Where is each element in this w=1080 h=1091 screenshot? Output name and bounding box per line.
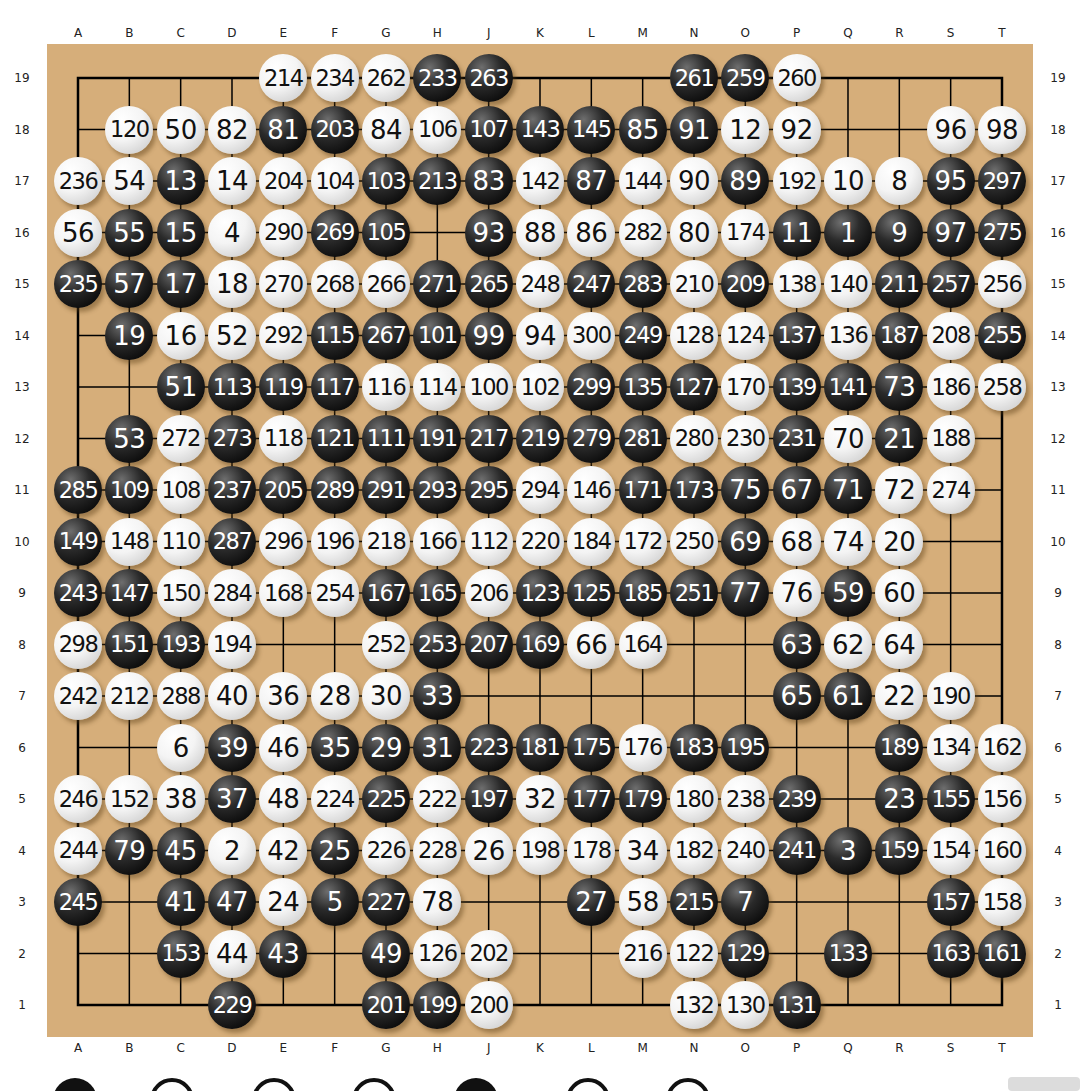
- stone-D15[interactable]: 18: [208, 260, 256, 308]
- stone-N14[interactable]: 128: [670, 312, 718, 360]
- stone-J10[interactable]: 112: [465, 518, 513, 566]
- stone-C16[interactable]: 15: [157, 209, 205, 257]
- stone-Q16[interactable]: 1: [824, 209, 872, 257]
- stone-G15[interactable]: 266: [362, 260, 410, 308]
- stone-O16[interactable]: 174: [721, 209, 769, 257]
- stone-B17[interactable]: 54: [105, 157, 153, 205]
- stone-C12[interactable]: 272: [157, 415, 205, 463]
- stone-E12[interactable]: 118: [259, 415, 307, 463]
- stone-E16[interactable]: 290: [259, 209, 307, 257]
- stone-C17[interactable]: 13: [157, 157, 205, 205]
- move-number: 299: [572, 376, 610, 399]
- stone-F3[interactable]: 5: [311, 878, 359, 926]
- stone-F13[interactable]: 117: [311, 363, 359, 411]
- stone-P5[interactable]: 239: [773, 775, 821, 823]
- stone-M2[interactable]: 216: [619, 930, 667, 978]
- stone-C10[interactable]: 110: [157, 518, 205, 566]
- stone-K4[interactable]: 198: [516, 827, 564, 875]
- stone-O9[interactable]: 77: [721, 569, 769, 617]
- stone-C13[interactable]: 51: [157, 363, 205, 411]
- stone-B4[interactable]: 79: [105, 827, 153, 875]
- stone-E9[interactable]: 168: [259, 569, 307, 617]
- stone-F9[interactable]: 254: [311, 569, 359, 617]
- stone-O1[interactable]: 130: [721, 981, 769, 1029]
- stone-J5[interactable]: 197: [465, 775, 513, 823]
- stone-L10[interactable]: 184: [567, 518, 615, 566]
- stone-E18[interactable]: 81: [259, 106, 307, 154]
- stone-G2[interactable]: 49: [362, 930, 410, 978]
- stone-K17[interactable]: 142: [516, 157, 564, 205]
- stone-H5[interactable]: 222: [413, 775, 461, 823]
- stone-T13[interactable]: 258: [978, 363, 1026, 411]
- stone-N16[interactable]: 80: [670, 209, 718, 257]
- stone-P16[interactable]: 11: [773, 209, 821, 257]
- stone-K9[interactable]: 123: [516, 569, 564, 617]
- stone-J16[interactable]: 93: [465, 209, 513, 257]
- stone-E14[interactable]: 292: [259, 312, 307, 360]
- stone-L12[interactable]: 279: [567, 415, 615, 463]
- stone-T2[interactable]: 161: [978, 930, 1026, 978]
- stone-B14[interactable]: 19: [105, 312, 153, 360]
- stone-G17[interactable]: 103: [362, 157, 410, 205]
- stone-F16[interactable]: 269: [311, 209, 359, 257]
- stone-C5[interactable]: 38: [157, 775, 205, 823]
- stone-C8[interactable]: 193: [157, 621, 205, 669]
- stone-M11[interactable]: 171: [619, 466, 667, 514]
- stone-H9[interactable]: 165: [413, 569, 461, 617]
- stone-O18[interactable]: 12: [721, 106, 769, 154]
- stone-Q8[interactable]: 62: [824, 621, 872, 669]
- stone-G14[interactable]: 267: [362, 312, 410, 360]
- stone-K10[interactable]: 220: [516, 518, 564, 566]
- stone-C14[interactable]: 16: [157, 312, 205, 360]
- stone-Q13[interactable]: 141: [824, 363, 872, 411]
- stone-J2[interactable]: 202: [465, 930, 513, 978]
- stone-M8[interactable]: 164: [619, 621, 667, 669]
- stone-M14[interactable]: 249: [619, 312, 667, 360]
- move-number: 13: [165, 168, 197, 194]
- stone-A17[interactable]: 236: [54, 157, 102, 205]
- stone-B15[interactable]: 57: [105, 260, 153, 308]
- stone-M17[interactable]: 144: [619, 157, 667, 205]
- stone-P18[interactable]: 92: [773, 106, 821, 154]
- stone-K18[interactable]: 143: [516, 106, 564, 154]
- stone-P10[interactable]: 68: [773, 518, 821, 566]
- stone-S12[interactable]: 188: [927, 415, 975, 463]
- stone-M13[interactable]: 135: [619, 363, 667, 411]
- stone-Q15[interactable]: 140: [824, 260, 872, 308]
- stone-R11[interactable]: 72: [875, 466, 923, 514]
- stone-T17[interactable]: 297: [978, 157, 1026, 205]
- stone-A10[interactable]: 149: [54, 518, 102, 566]
- stone-B5[interactable]: 152: [105, 775, 153, 823]
- stone-D1[interactable]: 229: [208, 981, 256, 1029]
- stone-F10[interactable]: 196: [311, 518, 359, 566]
- stone-C6[interactable]: 6: [157, 724, 205, 772]
- stone-J1[interactable]: 200: [465, 981, 513, 1029]
- stone-O14[interactable]: 124: [721, 312, 769, 360]
- stone-M16[interactable]: 282: [619, 209, 667, 257]
- stone-J15[interactable]: 265: [465, 260, 513, 308]
- stone-C7[interactable]: 288: [157, 672, 205, 720]
- stone-L4[interactable]: 178: [567, 827, 615, 875]
- stone-E7[interactable]: 36: [259, 672, 307, 720]
- stone-N5[interactable]: 180: [670, 775, 718, 823]
- stone-Q10[interactable]: 74: [824, 518, 872, 566]
- stone-T18[interactable]: 98: [978, 106, 1026, 154]
- stone-E17[interactable]: 204: [259, 157, 307, 205]
- stone-J14[interactable]: 99: [465, 312, 513, 360]
- stone-G18[interactable]: 84: [362, 106, 410, 154]
- stone-H7[interactable]: 33: [413, 672, 461, 720]
- stone-J6[interactable]: 223: [465, 724, 513, 772]
- stone-D13[interactable]: 113: [208, 363, 256, 411]
- stone-Q14[interactable]: 136: [824, 312, 872, 360]
- stone-F5[interactable]: 224: [311, 775, 359, 823]
- stone-A5[interactable]: 246: [54, 775, 102, 823]
- stone-N2[interactable]: 122: [670, 930, 718, 978]
- stone-N19[interactable]: 261: [670, 54, 718, 102]
- stone-O15[interactable]: 209: [721, 260, 769, 308]
- stone-L3[interactable]: 27: [567, 878, 615, 926]
- stone-S4[interactable]: 154: [927, 827, 975, 875]
- stone-P19[interactable]: 260: [773, 54, 821, 102]
- stone-J4[interactable]: 26: [465, 827, 513, 875]
- stone-L6[interactable]: 175: [567, 724, 615, 772]
- stone-C18[interactable]: 50: [157, 106, 205, 154]
- stone-P1[interactable]: 131: [773, 981, 821, 1029]
- stone-B11[interactable]: 109: [105, 466, 153, 514]
- stone-D5[interactable]: 37: [208, 775, 256, 823]
- stone-G13[interactable]: 116: [362, 363, 410, 411]
- stone-N11[interactable]: 173: [670, 466, 718, 514]
- stone-P14[interactable]: 137: [773, 312, 821, 360]
- stone-D8[interactable]: 194: [208, 621, 256, 669]
- stone-G12[interactable]: 111: [362, 415, 410, 463]
- stone-B9[interactable]: 147: [105, 569, 153, 617]
- stone-G11[interactable]: 291: [362, 466, 410, 514]
- stone-T15[interactable]: 256: [978, 260, 1026, 308]
- stone-D12[interactable]: 273: [208, 415, 256, 463]
- stone-C15[interactable]: 17: [157, 260, 205, 308]
- stone-P15[interactable]: 138: [773, 260, 821, 308]
- stone-K5[interactable]: 32: [516, 775, 564, 823]
- stone-H12[interactable]: 191: [413, 415, 461, 463]
- stone-S2[interactable]: 163: [927, 930, 975, 978]
- stone-O13[interactable]: 170: [721, 363, 769, 411]
- stone-H2[interactable]: 126: [413, 930, 461, 978]
- stone-A11[interactable]: 285: [54, 466, 102, 514]
- stone-F19[interactable]: 234: [311, 54, 359, 102]
- stone-E11[interactable]: 205: [259, 466, 307, 514]
- col-label-top-S: S: [947, 26, 955, 40]
- stone-N3[interactable]: 215: [670, 878, 718, 926]
- stone-R14[interactable]: 187: [875, 312, 923, 360]
- stone-E19[interactable]: 214: [259, 54, 307, 102]
- stone-R16[interactable]: 9: [875, 209, 923, 257]
- stone-M12[interactable]: 281: [619, 415, 667, 463]
- stone-O19[interactable]: 259: [721, 54, 769, 102]
- stone-T5[interactable]: 156: [978, 775, 1026, 823]
- stone-S13[interactable]: 186: [927, 363, 975, 411]
- stone-B10[interactable]: 148: [105, 518, 153, 566]
- stone-S18[interactable]: 96: [927, 106, 975, 154]
- stone-L8[interactable]: 66: [567, 621, 615, 669]
- stone-G4[interactable]: 226: [362, 827, 410, 875]
- stone-E15[interactable]: 270: [259, 260, 307, 308]
- stone-P7[interactable]: 65: [773, 672, 821, 720]
- stone-G9[interactable]: 167: [362, 569, 410, 617]
- stone-J13[interactable]: 100: [465, 363, 513, 411]
- stone-K11[interactable]: 294: [516, 466, 564, 514]
- stone-G7[interactable]: 30: [362, 672, 410, 720]
- stone-T3[interactable]: 158: [978, 878, 1026, 926]
- stone-N12[interactable]: 280: [670, 415, 718, 463]
- stone-M3[interactable]: 58: [619, 878, 667, 926]
- move-number: 281: [623, 427, 661, 450]
- stone-Q4[interactable]: 3: [824, 827, 872, 875]
- stone-K12[interactable]: 219: [516, 415, 564, 463]
- stone-S11[interactable]: 274: [927, 466, 975, 514]
- stone-H3[interactable]: 78: [413, 878, 461, 926]
- stone-F15[interactable]: 268: [311, 260, 359, 308]
- stone-M15[interactable]: 283: [619, 260, 667, 308]
- stone-L11[interactable]: 146: [567, 466, 615, 514]
- stone-Q12[interactable]: 70: [824, 415, 872, 463]
- stone-R6[interactable]: 189: [875, 724, 923, 772]
- stone-S6[interactable]: 134: [927, 724, 975, 772]
- stone-S15[interactable]: 257: [927, 260, 975, 308]
- stone-O17[interactable]: 89: [721, 157, 769, 205]
- stone-L13[interactable]: 299: [567, 363, 615, 411]
- stone-C4[interactable]: 45: [157, 827, 205, 875]
- stone-S16[interactable]: 97: [927, 209, 975, 257]
- stone-R15[interactable]: 211: [875, 260, 923, 308]
- stone-N10[interactable]: 250: [670, 518, 718, 566]
- stone-O6[interactable]: 195: [721, 724, 769, 772]
- stone-N9[interactable]: 251: [670, 569, 718, 617]
- stone-Q2[interactable]: 133: [824, 930, 872, 978]
- stone-P8[interactable]: 63: [773, 621, 821, 669]
- stone-G6[interactable]: 29: [362, 724, 410, 772]
- move-number: 53: [113, 426, 145, 452]
- stone-O2[interactable]: 129: [721, 930, 769, 978]
- stone-B18[interactable]: 120: [105, 106, 153, 154]
- stone-D18[interactable]: 82: [208, 106, 256, 154]
- stone-D4[interactable]: 2: [208, 827, 256, 875]
- stone-F11[interactable]: 289: [311, 466, 359, 514]
- stone-Q11[interactable]: 71: [824, 466, 872, 514]
- stone-G10[interactable]: 218: [362, 518, 410, 566]
- stone-T4[interactable]: 160: [978, 827, 1026, 875]
- stone-N18[interactable]: 91: [670, 106, 718, 154]
- stone-A7[interactable]: 242: [54, 672, 102, 720]
- stone-T6[interactable]: 162: [978, 724, 1026, 772]
- stone-O4[interactable]: 240: [721, 827, 769, 875]
- stone-D16[interactable]: 4: [208, 209, 256, 257]
- stone-E4[interactable]: 42: [259, 827, 307, 875]
- stone-L14[interactable]: 300: [567, 312, 615, 360]
- stone-C11[interactable]: 108: [157, 466, 205, 514]
- stone-M10[interactable]: 172: [619, 518, 667, 566]
- stone-P12[interactable]: 231: [773, 415, 821, 463]
- stone-C2[interactable]: 153: [157, 930, 205, 978]
- stone-L17[interactable]: 87: [567, 157, 615, 205]
- stone-D3[interactable]: 47: [208, 878, 256, 926]
- stone-C3[interactable]: 41: [157, 878, 205, 926]
- stone-N17[interactable]: 90: [670, 157, 718, 205]
- stone-K16[interactable]: 88: [516, 209, 564, 257]
- stone-D9[interactable]: 284: [208, 569, 256, 617]
- stone-N1[interactable]: 132: [670, 981, 718, 1029]
- stone-F7[interactable]: 28: [311, 672, 359, 720]
- stone-L5[interactable]: 177: [567, 775, 615, 823]
- stone-L16[interactable]: 86: [567, 209, 615, 257]
- stone-R7[interactable]: 22: [875, 672, 923, 720]
- stone-M4[interactable]: 34: [619, 827, 667, 875]
- stone-B12[interactable]: 53: [105, 415, 153, 463]
- stone-M6[interactable]: 176: [619, 724, 667, 772]
- stone-L9[interactable]: 125: [567, 569, 615, 617]
- stone-R12[interactable]: 21: [875, 415, 923, 463]
- stone-O11[interactable]: 75: [721, 466, 769, 514]
- stone-A16[interactable]: 56: [54, 209, 102, 257]
- stone-H1[interactable]: 199: [413, 981, 461, 1029]
- stone-A9[interactable]: 243: [54, 569, 102, 617]
- stone-D10[interactable]: 287: [208, 518, 256, 566]
- stone-E10[interactable]: 296: [259, 518, 307, 566]
- stone-J8[interactable]: 207: [465, 621, 513, 669]
- stone-G19[interactable]: 262: [362, 54, 410, 102]
- stone-F6[interactable]: 35: [311, 724, 359, 772]
- stone-D17[interactable]: 14: [208, 157, 256, 205]
- stone-N6[interactable]: 183: [670, 724, 718, 772]
- stone-N13[interactable]: 127: [670, 363, 718, 411]
- stone-F14[interactable]: 115: [311, 312, 359, 360]
- stone-T14[interactable]: 255: [978, 312, 1026, 360]
- stone-H18[interactable]: 106: [413, 106, 461, 154]
- stone-J12[interactable]: 217: [465, 415, 513, 463]
- stone-L15[interactable]: 247: [567, 260, 615, 308]
- stone-O10[interactable]: 69: [721, 518, 769, 566]
- stone-F18[interactable]: 203: [311, 106, 359, 154]
- stone-R9[interactable]: 60: [875, 569, 923, 617]
- stone-H10[interactable]: 166: [413, 518, 461, 566]
- stone-P11[interactable]: 67: [773, 466, 821, 514]
- stone-H15[interactable]: 271: [413, 260, 461, 308]
- stone-R17[interactable]: 8: [875, 157, 923, 205]
- stone-P4[interactable]: 241: [773, 827, 821, 875]
- stone-R10[interactable]: 20: [875, 518, 923, 566]
- stone-P17[interactable]: 192: [773, 157, 821, 205]
- stone-H8[interactable]: 253: [413, 621, 461, 669]
- stone-Q17[interactable]: 10: [824, 157, 872, 205]
- stone-K6[interactable]: 181: [516, 724, 564, 772]
- stone-P9[interactable]: 76: [773, 569, 821, 617]
- stone-G8[interactable]: 252: [362, 621, 410, 669]
- stone-H6[interactable]: 31: [413, 724, 461, 772]
- stone-E3[interactable]: 24: [259, 878, 307, 926]
- stone-R8[interactable]: 64: [875, 621, 923, 669]
- stone-J9[interactable]: 206: [465, 569, 513, 617]
- stone-C9[interactable]: 150: [157, 569, 205, 617]
- stone-O3[interactable]: 7: [721, 878, 769, 926]
- stone-H13[interactable]: 114: [413, 363, 461, 411]
- stone-A8[interactable]: 298: [54, 621, 102, 669]
- stone-D11[interactable]: 237: [208, 466, 256, 514]
- stone-E2[interactable]: 43: [259, 930, 307, 978]
- stone-S3[interactable]: 157: [927, 878, 975, 926]
- stone-M18[interactable]: 85: [619, 106, 667, 154]
- stone-G3[interactable]: 227: [362, 878, 410, 926]
- stone-D2[interactable]: 44: [208, 930, 256, 978]
- stone-G5[interactable]: 225: [362, 775, 410, 823]
- stone-Q9[interactable]: 59: [824, 569, 872, 617]
- stone-F12[interactable]: 121: [311, 415, 359, 463]
- stone-D7[interactable]: 40: [208, 672, 256, 720]
- stone-M9[interactable]: 185: [619, 569, 667, 617]
- stone-N15[interactable]: 210: [670, 260, 718, 308]
- stone-D6[interactable]: 39: [208, 724, 256, 772]
- stone-T16[interactable]: 275: [978, 209, 1026, 257]
- stone-A15[interactable]: 235: [54, 260, 102, 308]
- stone-N4[interactable]: 182: [670, 827, 718, 875]
- stone-S17[interactable]: 95: [927, 157, 975, 205]
- stone-J17[interactable]: 83: [465, 157, 513, 205]
- stone-K13[interactable]: 102: [516, 363, 564, 411]
- stone-M5[interactable]: 179: [619, 775, 667, 823]
- stone-K8[interactable]: 169: [516, 621, 564, 669]
- stone-G1[interactable]: 201: [362, 981, 410, 1029]
- stone-A4[interactable]: 244: [54, 827, 102, 875]
- stone-S5[interactable]: 155: [927, 775, 975, 823]
- stone-H4[interactable]: 228: [413, 827, 461, 875]
- stone-J19[interactable]: 263: [465, 54, 513, 102]
- stone-O5[interactable]: 238: [721, 775, 769, 823]
- stone-J11[interactable]: 295: [465, 466, 513, 514]
- stone-B16[interactable]: 55: [105, 209, 153, 257]
- stone-R13[interactable]: 73: [875, 363, 923, 411]
- stone-R4[interactable]: 159: [875, 827, 923, 875]
- stone-G16[interactable]: 105: [362, 209, 410, 257]
- stone-S7[interactable]: 190: [927, 672, 975, 720]
- stone-J18[interactable]: 107: [465, 106, 513, 154]
- stone-R5[interactable]: 23: [875, 775, 923, 823]
- stone-P13[interactable]: 139: [773, 363, 821, 411]
- stone-H14[interactable]: 101: [413, 312, 461, 360]
- stone-S14[interactable]: 208: [927, 312, 975, 360]
- stone-L18[interactable]: 145: [567, 106, 615, 154]
- stone-E5[interactable]: 48: [259, 775, 307, 823]
- stone-Q7[interactable]: 61: [824, 672, 872, 720]
- stone-H17[interactable]: 213: [413, 157, 461, 205]
- stone-D14[interactable]: 52: [208, 312, 256, 360]
- stone-A3[interactable]: 245: [54, 878, 102, 926]
- move-number: 52: [216, 323, 248, 349]
- stone-E13[interactable]: 119: [259, 363, 307, 411]
- stone-K14[interactable]: 94: [516, 312, 564, 360]
- stone-F17[interactable]: 104: [311, 157, 359, 205]
- stone-B8[interactable]: 151: [105, 621, 153, 669]
- stone-F4[interactable]: 25: [311, 827, 359, 875]
- stone-K15[interactable]: 248: [516, 260, 564, 308]
- move-number: 272: [161, 427, 199, 450]
- stone-O12[interactable]: 230: [721, 415, 769, 463]
- stone-E6[interactable]: 46: [259, 724, 307, 772]
- stone-H19[interactable]: 233: [413, 54, 461, 102]
- stone-B7[interactable]: 212: [105, 672, 153, 720]
- stone-H11[interactable]: 293: [413, 466, 461, 514]
